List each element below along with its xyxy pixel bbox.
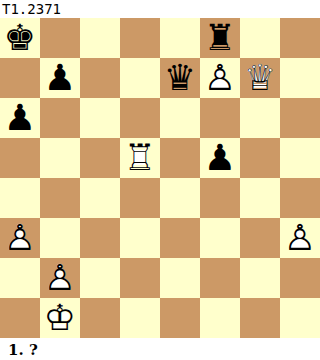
square-b1[interactable]: ♚♔ bbox=[40, 298, 80, 338]
square-f4[interactable] bbox=[200, 178, 240, 218]
square-d4[interactable] bbox=[120, 178, 160, 218]
square-b4[interactable] bbox=[40, 178, 80, 218]
black-queen-icon: ♛ bbox=[160, 58, 200, 98]
white-pawn-icon: ♙ bbox=[280, 218, 320, 258]
piece-white-pawn[interactable]: ♟♙ bbox=[0, 218, 40, 258]
square-b7[interactable]: ♟ bbox=[40, 58, 80, 98]
piece-white-king[interactable]: ♚♔ bbox=[40, 298, 80, 338]
chess-board[interactable]: ♚♜♟♛♟♙♛♕♟♜♖♟♟♙♟♙♟♙♚♔ bbox=[0, 18, 320, 338]
square-g3[interactable] bbox=[240, 218, 280, 258]
square-d3[interactable] bbox=[120, 218, 160, 258]
square-a7[interactable] bbox=[0, 58, 40, 98]
square-b2[interactable]: ♟♙ bbox=[40, 258, 80, 298]
square-h7[interactable] bbox=[280, 58, 320, 98]
black-rook-icon: ♜ bbox=[200, 18, 240, 58]
square-f2[interactable] bbox=[200, 258, 240, 298]
square-e6[interactable] bbox=[160, 98, 200, 138]
piece-black-king[interactable]: ♚ bbox=[0, 18, 40, 58]
square-f1[interactable] bbox=[200, 298, 240, 338]
white-rook-icon: ♖ bbox=[120, 138, 160, 178]
square-a1[interactable] bbox=[0, 298, 40, 338]
square-b3[interactable] bbox=[40, 218, 80, 258]
square-d5[interactable]: ♜♖ bbox=[120, 138, 160, 178]
square-a2[interactable] bbox=[0, 258, 40, 298]
white-queen-icon: ♕ bbox=[240, 58, 280, 98]
square-h8[interactable] bbox=[280, 18, 320, 58]
square-e3[interactable] bbox=[160, 218, 200, 258]
square-c6[interactable] bbox=[80, 98, 120, 138]
square-f6[interactable] bbox=[200, 98, 240, 138]
square-e1[interactable] bbox=[160, 298, 200, 338]
square-h3[interactable]: ♟♙ bbox=[280, 218, 320, 258]
square-a6[interactable]: ♟ bbox=[0, 98, 40, 138]
square-g4[interactable] bbox=[240, 178, 280, 218]
piece-white-queen[interactable]: ♛♕ bbox=[240, 58, 280, 98]
square-a3[interactable]: ♟♙ bbox=[0, 218, 40, 258]
black-pawn-icon: ♟ bbox=[0, 98, 40, 138]
piece-black-pawn[interactable]: ♟ bbox=[0, 98, 40, 138]
square-d7[interactable] bbox=[120, 58, 160, 98]
piece-black-rook[interactable]: ♜ bbox=[200, 18, 240, 58]
move-prompt: 1. ? bbox=[0, 338, 320, 360]
square-d6[interactable] bbox=[120, 98, 160, 138]
square-g2[interactable] bbox=[240, 258, 280, 298]
square-b8[interactable] bbox=[40, 18, 80, 58]
square-c3[interactable] bbox=[80, 218, 120, 258]
piece-white-pawn[interactable]: ♟♙ bbox=[280, 218, 320, 258]
square-e4[interactable] bbox=[160, 178, 200, 218]
square-c7[interactable] bbox=[80, 58, 120, 98]
piece-black-queen[interactable]: ♛ bbox=[160, 58, 200, 98]
white-pawn-icon: ♙ bbox=[200, 58, 240, 98]
square-g5[interactable] bbox=[240, 138, 280, 178]
square-e8[interactable] bbox=[160, 18, 200, 58]
puzzle-id: T1.2371 bbox=[0, 0, 320, 18]
square-e2[interactable] bbox=[160, 258, 200, 298]
square-b6[interactable] bbox=[40, 98, 80, 138]
piece-black-pawn[interactable]: ♟ bbox=[40, 58, 80, 98]
square-h2[interactable] bbox=[280, 258, 320, 298]
black-king-icon: ♚ bbox=[0, 18, 40, 58]
square-c5[interactable] bbox=[80, 138, 120, 178]
square-c1[interactable] bbox=[80, 298, 120, 338]
white-pawn-icon: ♙ bbox=[40, 258, 80, 298]
square-a4[interactable] bbox=[0, 178, 40, 218]
square-f7[interactable]: ♟♙ bbox=[200, 58, 240, 98]
square-h5[interactable] bbox=[280, 138, 320, 178]
square-g1[interactable] bbox=[240, 298, 280, 338]
square-e5[interactable] bbox=[160, 138, 200, 178]
square-c2[interactable] bbox=[80, 258, 120, 298]
square-h1[interactable] bbox=[280, 298, 320, 338]
square-f8[interactable]: ♜ bbox=[200, 18, 240, 58]
white-pawn-icon: ♙ bbox=[0, 218, 40, 258]
piece-black-pawn[interactable]: ♟ bbox=[200, 138, 240, 178]
piece-white-pawn[interactable]: ♟♙ bbox=[200, 58, 240, 98]
square-a8[interactable]: ♚ bbox=[0, 18, 40, 58]
square-g6[interactable] bbox=[240, 98, 280, 138]
square-d1[interactable] bbox=[120, 298, 160, 338]
black-pawn-icon: ♟ bbox=[40, 58, 80, 98]
square-g8[interactable] bbox=[240, 18, 280, 58]
square-h4[interactable] bbox=[280, 178, 320, 218]
square-g7[interactable]: ♛♕ bbox=[240, 58, 280, 98]
white-king-icon: ♔ bbox=[40, 298, 80, 338]
square-h6[interactable] bbox=[280, 98, 320, 138]
square-b5[interactable] bbox=[40, 138, 80, 178]
square-f5[interactable]: ♟ bbox=[200, 138, 240, 178]
piece-white-pawn[interactable]: ♟♙ bbox=[40, 258, 80, 298]
square-c8[interactable] bbox=[80, 18, 120, 58]
black-pawn-icon: ♟ bbox=[200, 138, 240, 178]
square-a5[interactable] bbox=[0, 138, 40, 178]
square-d2[interactable] bbox=[120, 258, 160, 298]
square-d8[interactable] bbox=[120, 18, 160, 58]
square-c4[interactable] bbox=[80, 178, 120, 218]
square-f3[interactable] bbox=[200, 218, 240, 258]
square-e7[interactable]: ♛ bbox=[160, 58, 200, 98]
piece-white-rook[interactable]: ♜♖ bbox=[120, 138, 160, 178]
